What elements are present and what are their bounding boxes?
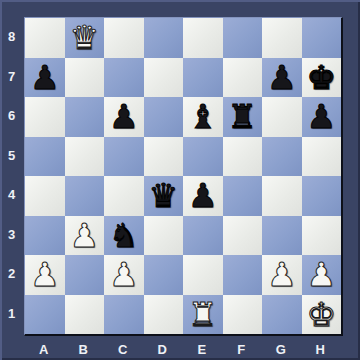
square-f7[interactable] (223, 58, 263, 98)
white-pawn: ♟ (65, 216, 105, 256)
square-a5[interactable] (25, 137, 65, 177)
square-b2[interactable] (65, 255, 105, 295)
square-b3[interactable]: ♟ (65, 216, 105, 256)
rank-label-1: 1 (0, 294, 23, 334)
square-d1[interactable] (144, 295, 184, 335)
square-d3[interactable] (144, 216, 184, 256)
black-pawn: ♟ (25, 58, 65, 98)
square-e8[interactable] (183, 18, 223, 58)
square-b6[interactable] (65, 97, 105, 137)
square-h7[interactable]: ♚ (302, 58, 342, 98)
square-h6[interactable]: ♟ (302, 97, 342, 137)
square-c4[interactable] (104, 176, 144, 216)
white-queen: ♛ (65, 18, 105, 58)
rank-label-7: 7 (0, 57, 23, 97)
square-c3[interactable]: ♞ (104, 216, 144, 256)
square-b7[interactable] (65, 58, 105, 98)
black-pawn: ♟ (104, 97, 144, 137)
square-e1[interactable]: ♜ (183, 295, 223, 335)
square-g7[interactable]: ♟ (262, 58, 302, 98)
square-g4[interactable] (262, 176, 302, 216)
white-pawn: ♟ (25, 255, 65, 295)
white-pawn: ♟ (104, 255, 144, 295)
black-rook: ♜ (223, 97, 263, 137)
black-queen: ♛ (144, 176, 184, 216)
square-a2[interactable]: ♟ (25, 255, 65, 295)
square-e5[interactable] (183, 137, 223, 177)
square-e3[interactable] (183, 216, 223, 256)
black-bishop: ♝ (183, 97, 223, 137)
board-frame: ♛♟♟♚♟♝♜♟♛♟♟♞♟♟♟♟♜♚ 87654321ABCDEFGH (0, 0, 360, 360)
square-f2[interactable] (223, 255, 263, 295)
square-g8[interactable] (262, 18, 302, 58)
file-label-g: G (261, 340, 301, 359)
rank-label-3: 3 (0, 215, 23, 255)
square-b8[interactable]: ♛ (65, 18, 105, 58)
square-d4[interactable]: ♛ (144, 176, 184, 216)
square-h5[interactable] (302, 137, 342, 177)
square-d5[interactable] (144, 137, 184, 177)
square-f8[interactable] (223, 18, 263, 58)
square-f6[interactable]: ♜ (223, 97, 263, 137)
black-pawn: ♟ (302, 97, 342, 137)
square-g2[interactable]: ♟ (262, 255, 302, 295)
square-e2[interactable] (183, 255, 223, 295)
file-label-a: A (24, 340, 64, 359)
square-a8[interactable] (25, 18, 65, 58)
square-f4[interactable] (223, 176, 263, 216)
rank-label-6: 6 (0, 96, 23, 136)
square-c6[interactable]: ♟ (104, 97, 144, 137)
square-h2[interactable]: ♟ (302, 255, 342, 295)
square-b1[interactable] (65, 295, 105, 335)
square-g1[interactable] (262, 295, 302, 335)
square-c5[interactable] (104, 137, 144, 177)
square-h1[interactable]: ♚ (302, 295, 342, 335)
chess-board: ♛♟♟♚♟♝♜♟♛♟♟♞♟♟♟♟♜♚ (24, 17, 343, 336)
rank-label-8: 8 (0, 17, 23, 57)
square-b4[interactable] (65, 176, 105, 216)
square-d2[interactable] (144, 255, 184, 295)
square-d6[interactable] (144, 97, 184, 137)
square-h3[interactable] (302, 216, 342, 256)
square-h4[interactable] (302, 176, 342, 216)
square-e6[interactable]: ♝ (183, 97, 223, 137)
white-pawn: ♟ (302, 255, 342, 295)
square-e4[interactable]: ♟ (183, 176, 223, 216)
white-king: ♚ (302, 295, 342, 335)
white-pawn: ♟ (262, 255, 302, 295)
square-f3[interactable] (223, 216, 263, 256)
square-f5[interactable] (223, 137, 263, 177)
rank-label-4: 4 (0, 175, 23, 215)
square-b5[interactable] (65, 137, 105, 177)
file-label-h: H (301, 340, 341, 359)
square-a6[interactable] (25, 97, 65, 137)
file-label-c: C (103, 340, 143, 359)
square-c8[interactable] (104, 18, 144, 58)
black-pawn: ♟ (183, 176, 223, 216)
rank-label-2: 2 (0, 254, 23, 294)
square-d7[interactable] (144, 58, 184, 98)
square-c1[interactable] (104, 295, 144, 335)
square-g6[interactable] (262, 97, 302, 137)
square-f1[interactable] (223, 295, 263, 335)
file-label-e: E (182, 340, 222, 359)
square-a1[interactable] (25, 295, 65, 335)
white-rook: ♜ (183, 295, 223, 335)
square-e7[interactable] (183, 58, 223, 98)
file-label-b: B (64, 340, 104, 359)
file-label-d: D (143, 340, 183, 359)
square-g5[interactable] (262, 137, 302, 177)
square-a7[interactable]: ♟ (25, 58, 65, 98)
square-a4[interactable] (25, 176, 65, 216)
square-c7[interactable] (104, 58, 144, 98)
black-knight: ♞ (104, 216, 144, 256)
square-c2[interactable]: ♟ (104, 255, 144, 295)
square-g3[interactable] (262, 216, 302, 256)
black-pawn: ♟ (262, 58, 302, 98)
square-h8[interactable] (302, 18, 342, 58)
square-d8[interactable] (144, 18, 184, 58)
square-a3[interactable] (25, 216, 65, 256)
black-king: ♚ (302, 58, 342, 98)
rank-label-5: 5 (0, 136, 23, 176)
file-label-f: F (222, 340, 262, 359)
